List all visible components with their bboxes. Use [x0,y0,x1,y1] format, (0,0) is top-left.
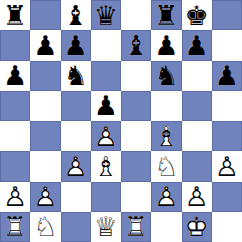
square-c7[interactable]: ♟ [61,30,91,60]
square-h8[interactable] [212,0,242,30]
white-knight-fill: ♞ [30,212,60,242]
square-a2[interactable]: ♟♙ [0,182,30,212]
square-f6[interactable]: ♞ [151,61,181,91]
square-f1[interactable] [151,212,181,242]
white-pawn-fill: ♟ [182,182,212,212]
white-king[interactable]: ♔ [182,212,212,242]
square-g1[interactable]: ♚♔ [182,212,212,242]
white-bishop-fill: ♝ [91,151,121,181]
square-g8[interactable]: ♚ [182,0,212,30]
square-c1[interactable] [61,212,91,242]
white-pawn[interactable]: ♙ [61,151,91,181]
square-a1[interactable]: ♜♖ [0,212,30,242]
square-g7[interactable]: ♟ [182,30,212,60]
square-h7[interactable] [212,30,242,60]
black-bishop[interactable]: ♝ [121,30,151,60]
square-d8[interactable]: ♛ [91,0,121,30]
square-d5[interactable]: ♟ [91,91,121,121]
black-knight[interactable]: ♞ [151,61,181,91]
square-e4[interactable] [121,121,151,151]
square-e7[interactable]: ♝ [121,30,151,60]
square-d7[interactable] [91,30,121,60]
square-h2[interactable] [212,182,242,212]
white-pawn[interactable]: ♙ [30,182,60,212]
white-pawn-fill: ♟ [212,151,242,181]
square-c3[interactable]: ♟♙ [61,151,91,181]
black-king[interactable]: ♚ [182,0,212,30]
white-bishop[interactable]: ♗ [91,151,121,181]
square-g2[interactable]: ♟♙ [182,182,212,212]
white-pawn[interactable]: ♙ [212,151,242,181]
square-e8[interactable] [121,0,151,30]
white-pawn-fill: ♟ [61,151,91,181]
square-e5[interactable] [121,91,151,121]
square-h5[interactable] [212,91,242,121]
square-b1[interactable]: ♞♘ [30,212,60,242]
white-pawn-fill: ♟ [151,182,181,212]
square-f7[interactable]: ♟ [151,30,181,60]
square-a6[interactable]: ♟ [0,61,30,91]
square-c8[interactable]: ♝ [61,0,91,30]
square-g6[interactable] [182,61,212,91]
white-queen[interactable]: ♕ [91,212,121,242]
white-knight[interactable]: ♘ [30,212,60,242]
square-g5[interactable] [182,91,212,121]
square-e6[interactable] [121,61,151,91]
square-c4[interactable] [61,121,91,151]
square-d4[interactable]: ♟♙ [91,121,121,151]
square-e3[interactable] [121,151,151,181]
square-c6[interactable]: ♞ [61,61,91,91]
square-b2[interactable]: ♟♙ [30,182,60,212]
square-d2[interactable] [91,182,121,212]
white-pawn-fill: ♟ [0,182,30,212]
square-a3[interactable] [0,151,30,181]
white-knight-fill: ♞ [151,151,181,181]
white-pawn-fill: ♟ [30,182,60,212]
square-b8[interactable] [30,0,60,30]
square-e2[interactable] [121,182,151,212]
black-pawn[interactable]: ♟ [0,61,30,91]
square-a4[interactable] [0,121,30,151]
black-pawn[interactable]: ♟ [91,91,121,121]
square-h4[interactable] [212,121,242,151]
black-pawn[interactable]: ♟ [212,61,242,91]
black-pawn[interactable]: ♟ [30,30,60,60]
square-f8[interactable]: ♜ [151,0,181,30]
black-pawn[interactable]: ♟ [61,30,91,60]
white-rook-fill: ♜ [121,212,151,242]
white-pawn[interactable]: ♙ [91,121,121,151]
square-h3[interactable]: ♟♙ [212,151,242,181]
square-d3[interactable]: ♝♗ [91,151,121,181]
black-queen[interactable]: ♛ [91,0,121,30]
white-pawn[interactable]: ♙ [151,182,181,212]
black-pawn[interactable]: ♟ [182,30,212,60]
square-c5[interactable] [61,91,91,121]
white-knight[interactable]: ♘ [151,151,181,181]
square-e1[interactable]: ♜♖ [121,212,151,242]
white-rook-fill: ♜ [0,212,30,242]
square-d6[interactable] [91,61,121,91]
black-rook[interactable]: ♜ [0,0,30,30]
square-b3[interactable] [30,151,60,181]
square-b5[interactable] [30,91,60,121]
chess-board: ♜♝♛♜♚♟♟♝♟♟♟♞♞♟♟♟♙♝♗♟♙♝♗♞♘♟♙♟♙♟♙♟♙♟♙♜♖♞♘♛… [0,0,242,242]
square-c2[interactable] [61,182,91,212]
square-b7[interactable]: ♟ [30,30,60,60]
white-rook[interactable]: ♖ [121,212,151,242]
square-a7[interactable] [0,30,30,60]
white-bishop-fill: ♝ [151,121,181,151]
white-pawn[interactable]: ♙ [182,182,212,212]
white-pawn-fill: ♟ [91,121,121,151]
white-bishop[interactable]: ♗ [151,121,181,151]
white-queen-fill: ♛ [91,212,121,242]
square-g3[interactable] [182,151,212,181]
square-a5[interactable] [0,91,30,121]
square-f4[interactable]: ♝♗ [151,121,181,151]
square-f5[interactable] [151,91,181,121]
black-rook[interactable]: ♜ [151,0,181,30]
square-d1[interactable]: ♛♕ [91,212,121,242]
square-g4[interactable] [182,121,212,151]
square-h1[interactable] [212,212,242,242]
black-knight[interactable]: ♞ [61,61,91,91]
square-b4[interactable] [30,121,60,151]
square-h6[interactable]: ♟ [212,61,242,91]
square-f3[interactable]: ♞♘ [151,151,181,181]
white-king-fill: ♚ [182,212,212,242]
black-bishop[interactable]: ♝ [61,0,91,30]
square-a8[interactable]: ♜ [0,0,30,30]
black-pawn[interactable]: ♟ [151,30,181,60]
square-b6[interactable] [30,61,60,91]
square-f2[interactable]: ♟♙ [151,182,181,212]
white-pawn[interactable]: ♙ [0,182,30,212]
white-rook[interactable]: ♖ [0,212,30,242]
